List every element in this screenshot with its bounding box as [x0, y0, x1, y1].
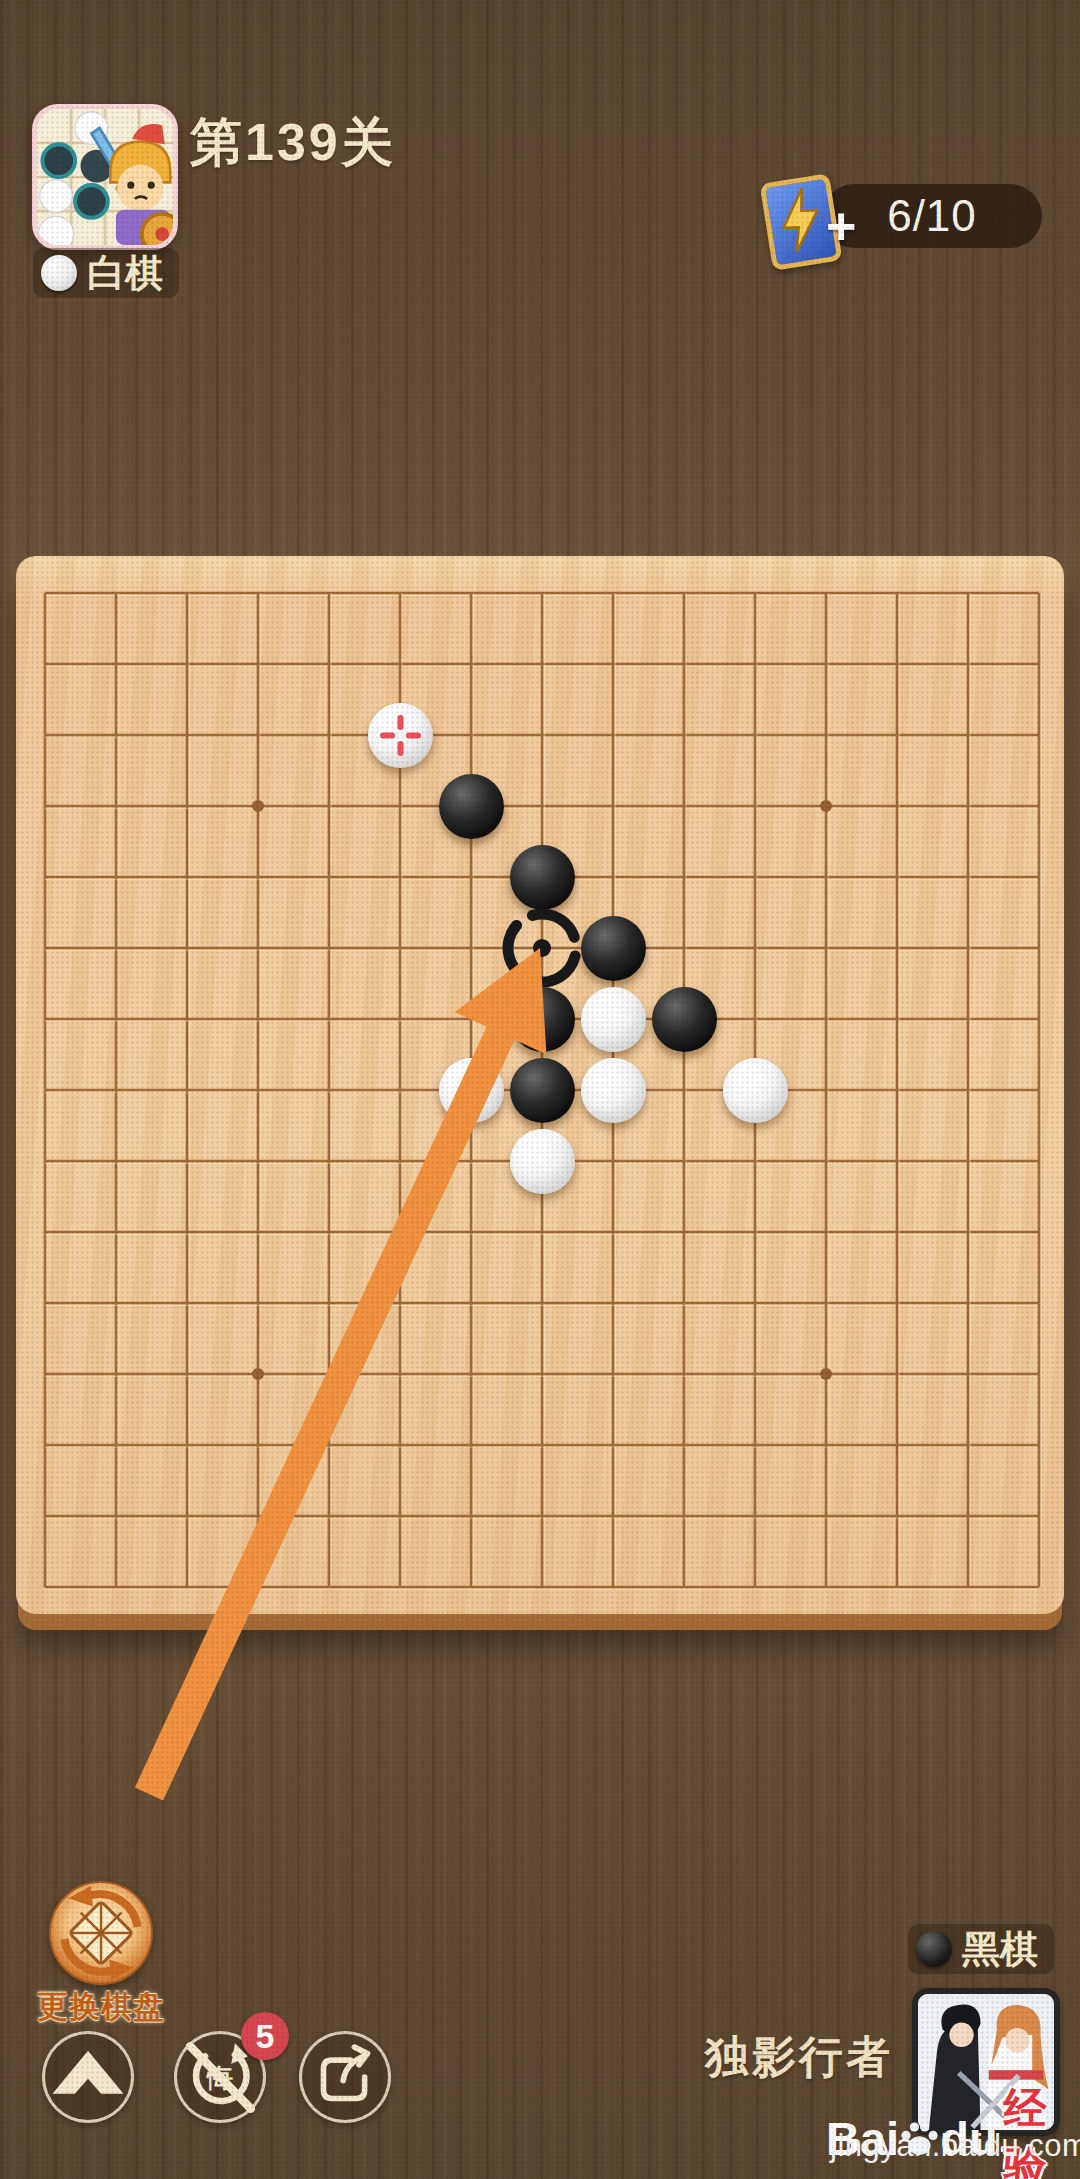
stone-black — [439, 774, 504, 839]
change-board-label: 更换棋盘 — [34, 1986, 168, 2028]
white-side-badge: 白棋 — [33, 248, 179, 298]
last-move-cross-icon — [368, 703, 433, 768]
change-board-button[interactable]: 更换棋盘 — [34, 1880, 168, 2028]
stone-white — [581, 987, 646, 1052]
stone-black — [510, 1058, 575, 1123]
stone-white — [723, 1058, 788, 1123]
opponent-name: 独影行者 — [705, 2028, 893, 2087]
share-button[interactable] — [299, 2031, 391, 2123]
undo-count-badge: 5 — [241, 2012, 289, 2060]
stone-white — [439, 1058, 504, 1123]
energy-count: 6/10 — [887, 191, 977, 241]
black-side-label: 黑棋 — [962, 1924, 1038, 1975]
stone-black — [581, 916, 646, 981]
energy-plus-icon: + — [826, 196, 856, 256]
white-stone-icon — [41, 255, 77, 291]
level-avatar-art — [37, 109, 173, 245]
black-stone-icon — [916, 1931, 952, 1967]
game-screen: 第139关 白棋 6/10 + — [0, 0, 1080, 2179]
share-icon — [302, 2034, 388, 2120]
undo-button[interactable]: 悔 5 — [174, 2031, 266, 2123]
black-side-badge: 黑棋 — [908, 1924, 1054, 1974]
stone-black — [652, 987, 717, 1052]
hint-button[interactable] — [42, 2031, 134, 2123]
stone-black — [510, 845, 575, 910]
watermark-url: jingyan.baidu.com — [830, 2128, 1080, 2164]
stone-black — [510, 987, 575, 1052]
chevron-up-icon — [45, 2034, 131, 2120]
page-title: 第139关 — [190, 108, 396, 178]
stone-white — [510, 1129, 575, 1194]
stone-white — [581, 1058, 646, 1123]
white-stone-last-move — [368, 703, 433, 768]
board-swap-icon — [48, 1880, 154, 1986]
target-marker[interactable] — [497, 903, 587, 993]
level-avatar — [32, 104, 178, 250]
white-side-label: 白棋 — [87, 248, 163, 299]
